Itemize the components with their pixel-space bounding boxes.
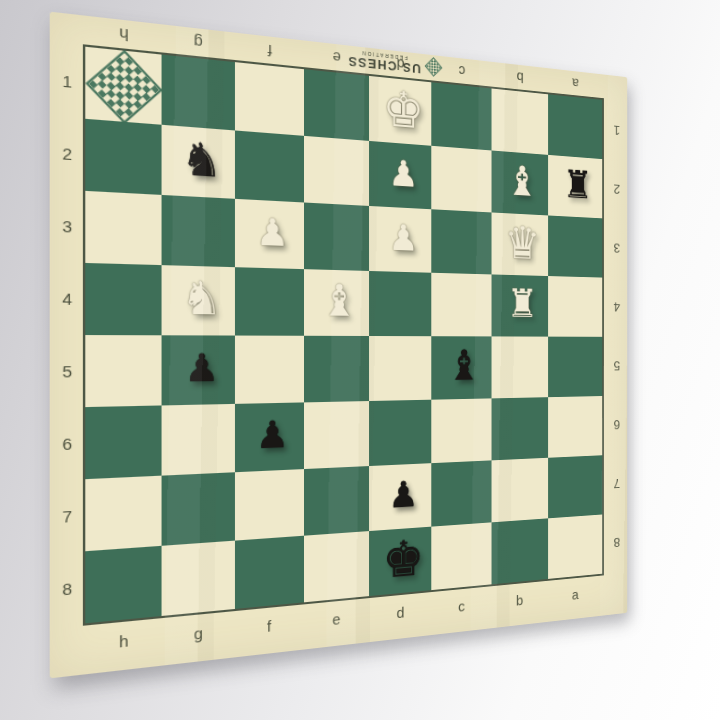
rank-label-left-1: 1 <box>55 44 81 119</box>
chess-board: US CHESS FEDERATION ♚♞♟♝♜♟♟♛♞♝♜♟♝♟♟♚ hhg… <box>50 12 628 679</box>
square-a6[interactable] <box>548 396 602 458</box>
rank-label-left-6: 6 <box>55 407 81 480</box>
square-d3[interactable]: ♟ <box>369 206 431 273</box>
square-g2[interactable]: ♞ <box>162 125 235 199</box>
white-knight-g4[interactable]: ♞ <box>181 275 223 321</box>
square-g8[interactable] <box>162 541 235 616</box>
square-h3[interactable] <box>85 191 162 265</box>
square-h4[interactable] <box>85 263 162 335</box>
square-b4[interactable]: ♜ <box>491 274 548 336</box>
square-c1[interactable] <box>432 82 492 150</box>
square-b2[interactable]: ♝ <box>491 150 548 215</box>
square-d6[interactable] <box>369 400 431 466</box>
square-h1[interactable] <box>85 47 162 125</box>
square-f1[interactable] <box>234 62 303 136</box>
square-e3[interactable] <box>303 202 369 271</box>
square-d2[interactable]: ♟ <box>369 141 431 209</box>
square-f3[interactable]: ♟ <box>234 199 303 269</box>
rank-label-right-6: 6 <box>607 396 626 456</box>
square-f5[interactable] <box>234 336 303 404</box>
rank-label-right-7: 7 <box>607 454 626 514</box>
square-a5[interactable] <box>548 337 602 398</box>
square-h6[interactable] <box>85 405 162 479</box>
square-g4[interactable]: ♞ <box>162 265 235 335</box>
square-b3[interactable]: ♛ <box>491 212 548 276</box>
white-bishop-e4[interactable]: ♝ <box>321 279 359 323</box>
white-pawn-d3[interactable]: ♟ <box>388 219 418 256</box>
square-b1[interactable] <box>491 88 548 154</box>
file-label-bottom-f: f <box>234 609 303 643</box>
square-c7[interactable] <box>432 460 492 526</box>
square-f4[interactable] <box>234 267 303 336</box>
square-d7[interactable]: ♟ <box>369 463 431 531</box>
square-a4[interactable] <box>548 276 602 337</box>
square-c2[interactable] <box>432 146 492 213</box>
square-e7[interactable] <box>303 466 369 536</box>
black-pawn-d7[interactable]: ♟ <box>388 476 418 513</box>
square-g3[interactable] <box>162 195 235 267</box>
board-watermark-diamond-icon <box>85 49 162 123</box>
square-b5[interactable] <box>491 336 548 398</box>
rank-label-right-1: 1 <box>607 100 626 161</box>
board-frame: ♚♞♟♝♜♟♟♛♞♝♜♟♝♟♟♚ <box>83 44 604 626</box>
table-surface: US CHESS FEDERATION ♚♞♟♝♜♟♟♛♞♝♜♟♝♟♟♚ hhg… <box>0 0 720 720</box>
square-f2[interactable] <box>234 130 303 202</box>
square-c4[interactable] <box>432 273 492 337</box>
square-c6[interactable] <box>432 398 492 463</box>
square-c8[interactable] <box>432 522 492 590</box>
square-b8[interactable] <box>491 518 548 584</box>
square-h7[interactable] <box>85 476 162 552</box>
square-g5[interactable]: ♟ <box>162 335 235 405</box>
square-d5[interactable] <box>369 336 431 401</box>
square-e5[interactable] <box>303 336 369 403</box>
file-label-bottom-c: c <box>432 590 492 621</box>
file-label-bottom-g: g <box>162 615 235 650</box>
white-pawn-f3[interactable]: ♟ <box>256 213 289 252</box>
square-c5[interactable]: ♝ <box>432 336 492 399</box>
square-g6[interactable] <box>162 404 235 476</box>
white-rook-b4[interactable]: ♜ <box>507 284 538 323</box>
square-h8[interactable] <box>85 546 162 624</box>
file-label-bottom-a: a <box>548 579 602 609</box>
file-label-bottom-d: d <box>369 596 431 628</box>
black-pawn-g5[interactable]: ♟ <box>184 349 219 388</box>
file-label-bottom-b: b <box>491 585 548 615</box>
rank-label-left-5: 5 <box>55 335 81 408</box>
square-c3[interactable] <box>432 209 492 274</box>
square-e4[interactable]: ♝ <box>303 269 369 336</box>
square-f6[interactable]: ♟ <box>234 402 303 472</box>
rank-label-left-8: 8 <box>55 552 81 627</box>
black-knight-g2[interactable]: ♞ <box>181 136 223 185</box>
black-rook-a2[interactable]: ♜ <box>563 165 593 205</box>
square-e2[interactable] <box>303 136 369 206</box>
square-a3[interactable] <box>548 215 602 277</box>
rank-label-left-3: 3 <box>55 189 81 263</box>
square-e8[interactable] <box>303 531 369 602</box>
rank-label-right-3: 3 <box>607 219 626 279</box>
square-a1[interactable] <box>548 94 602 159</box>
square-h2[interactable] <box>85 119 162 195</box>
board-grid: ♚♞♟♝♜♟♟♛♞♝♜♟♝♟♟♚ <box>85 47 602 624</box>
square-e6[interactable] <box>303 401 369 469</box>
square-a2[interactable]: ♜ <box>548 155 602 218</box>
square-b6[interactable] <box>491 397 548 460</box>
square-b7[interactable] <box>491 458 548 523</box>
square-g1[interactable] <box>162 55 235 131</box>
white-king-d1[interactable]: ♚ <box>382 83 424 136</box>
square-f7[interactable] <box>234 469 303 541</box>
rank-label-right-8: 8 <box>607 513 626 573</box>
square-a7[interactable] <box>548 455 602 518</box>
black-bishop-c5[interactable]: ♝ <box>447 345 481 387</box>
square-d8[interactable]: ♚ <box>369 527 431 596</box>
white-queen-b3[interactable]: ♛ <box>504 220 540 266</box>
square-a8[interactable] <box>548 514 602 578</box>
file-label-bottom-e: e <box>303 602 369 635</box>
rank-label-left-2: 2 <box>55 116 81 190</box>
white-pawn-d2[interactable]: ♟ <box>388 155 418 193</box>
rank-label-left-4: 4 <box>55 262 81 335</box>
rank-label-right-2: 2 <box>607 159 626 219</box>
square-d4[interactable] <box>369 271 431 336</box>
rank-label-left-7: 7 <box>55 479 81 553</box>
rank-label-right-5: 5 <box>607 337 626 396</box>
black-pawn-f6[interactable]: ♟ <box>256 416 289 454</box>
white-bishop-b2[interactable]: ♝ <box>506 160 539 203</box>
square-e1[interactable] <box>303 69 369 141</box>
square-f8[interactable] <box>234 536 303 609</box>
black-king-d8[interactable]: ♚ <box>382 533 424 586</box>
file-label-bottom-h: h <box>85 622 162 658</box>
square-d1[interactable]: ♚ <box>369 76 431 146</box>
square-h5[interactable] <box>85 335 162 407</box>
rank-label-right-4: 4 <box>607 278 626 337</box>
square-g7[interactable] <box>162 472 235 546</box>
